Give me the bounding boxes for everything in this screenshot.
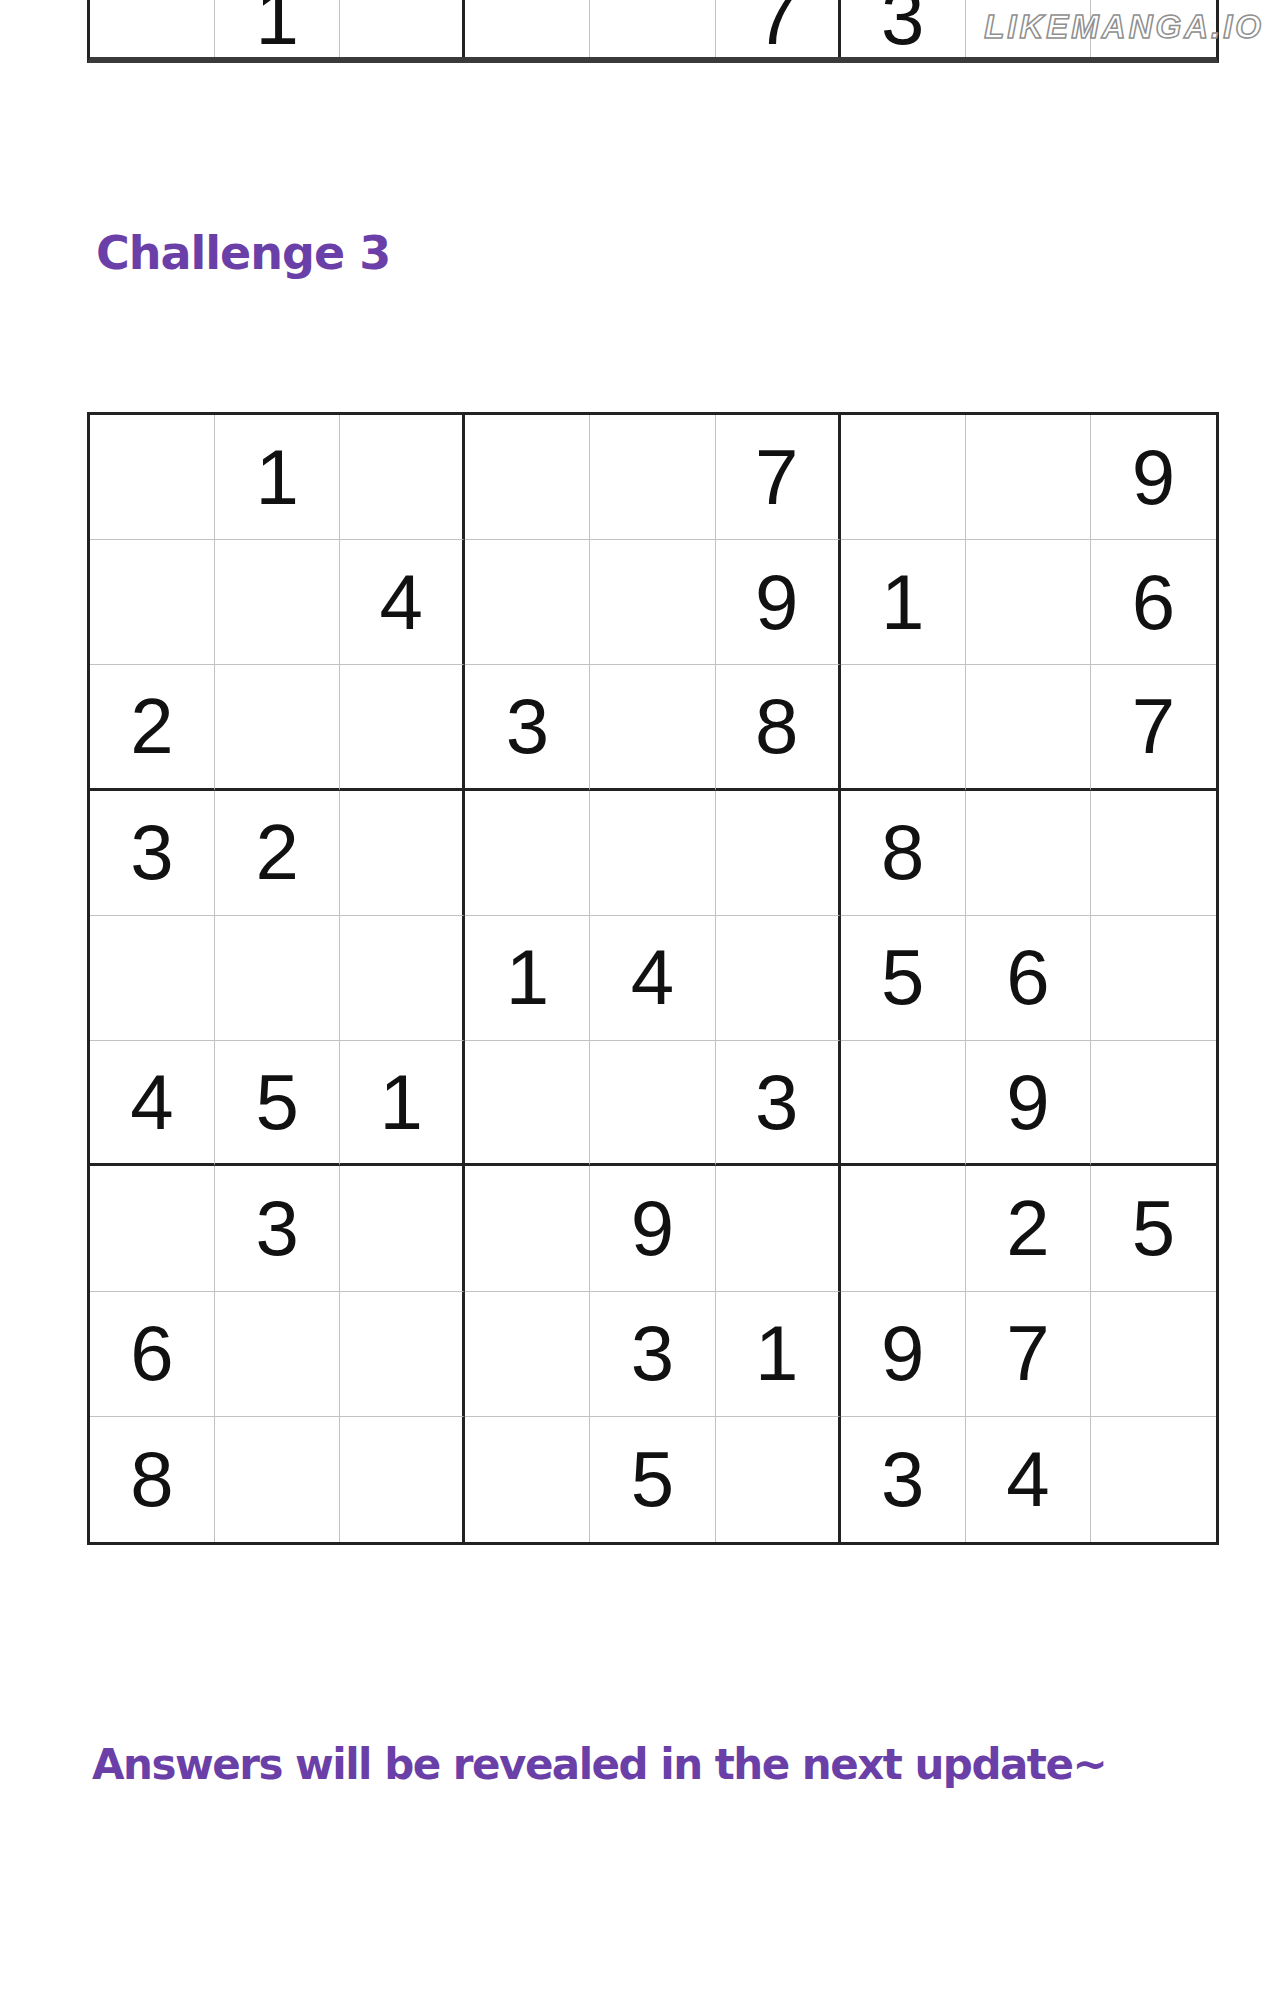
sudoku-cell-r9c5: 5 bbox=[590, 1417, 715, 1542]
sudoku-cell-r2c5 bbox=[590, 540, 715, 665]
sudoku-cell-r6c1: 4 bbox=[90, 1041, 215, 1166]
sudoku-cell-r5c5: 4 bbox=[590, 916, 715, 1041]
sudoku-cell-r6c3: 1 bbox=[340, 1041, 465, 1166]
sudoku-cell-r6c7 bbox=[841, 1041, 966, 1166]
sudoku-cell-r2c9: 6 bbox=[1091, 540, 1216, 665]
sudoku-cell-r6c6: 3 bbox=[716, 1041, 841, 1166]
previous-puzzle-cell-c3 bbox=[340, 0, 465, 63]
sudoku-cell-r5c7: 5 bbox=[841, 916, 966, 1041]
sudoku-cell-r6c5 bbox=[590, 1041, 715, 1166]
challenge-title: Challenge 3 bbox=[96, 226, 390, 280]
site-watermark: LIKEMANGA.IO bbox=[984, 8, 1264, 46]
sudoku-cell-r3c7 bbox=[841, 665, 966, 790]
sudoku-cell-r1c6: 7 bbox=[716, 415, 841, 540]
previous-puzzle-cell-c5 bbox=[590, 0, 715, 63]
sudoku-cell-r5c3 bbox=[340, 916, 465, 1041]
sudoku-grid: 179491623873281456451393925631978534 bbox=[87, 412, 1219, 1545]
sudoku-cell-r4c2: 2 bbox=[215, 791, 340, 916]
sudoku-cell-r8c2 bbox=[215, 1292, 340, 1417]
sudoku-cell-r2c6: 9 bbox=[716, 540, 841, 665]
sudoku-cell-r2c2 bbox=[215, 540, 340, 665]
sudoku-cell-r3c1: 2 bbox=[90, 665, 215, 790]
previous-puzzle-cell-c6: 7 bbox=[716, 0, 841, 63]
sudoku-cell-r5c4: 1 bbox=[465, 916, 590, 1041]
sudoku-cell-r6c2: 5 bbox=[215, 1041, 340, 1166]
sudoku-cell-r7c4 bbox=[465, 1166, 590, 1291]
sudoku-cell-r7c5: 9 bbox=[590, 1166, 715, 1291]
sudoku-cell-r7c2: 3 bbox=[215, 1166, 340, 1291]
sudoku-cell-r2c4 bbox=[465, 540, 590, 665]
sudoku-cell-r8c9 bbox=[1091, 1292, 1216, 1417]
sudoku-cell-r9c3 bbox=[340, 1417, 465, 1542]
sudoku-cell-r2c1 bbox=[90, 540, 215, 665]
sudoku-cell-r2c7: 1 bbox=[841, 540, 966, 665]
manga-puzzle-page: 173 LIKEMANGA.IO Challenge 3 17949162387… bbox=[0, 0, 1280, 2006]
sudoku-cell-r6c8: 9 bbox=[966, 1041, 1091, 1166]
sudoku-cell-r9c9 bbox=[1091, 1417, 1216, 1542]
previous-puzzle-cell-c4 bbox=[465, 0, 590, 63]
sudoku-cell-r5c1 bbox=[90, 916, 215, 1041]
sudoku-cell-r5c2 bbox=[215, 916, 340, 1041]
sudoku-cell-r6c4 bbox=[465, 1041, 590, 1166]
sudoku-cell-r4c8 bbox=[966, 791, 1091, 916]
sudoku-cell-r9c6 bbox=[716, 1417, 841, 1542]
sudoku-cell-r7c3 bbox=[340, 1166, 465, 1291]
sudoku-cell-r4c9 bbox=[1091, 791, 1216, 916]
sudoku-cell-r3c4: 3 bbox=[465, 665, 590, 790]
sudoku-cell-r8c7: 9 bbox=[841, 1292, 966, 1417]
sudoku-cell-r1c2: 1 bbox=[215, 415, 340, 540]
sudoku-cell-r1c1 bbox=[90, 415, 215, 540]
sudoku-cell-r1c7 bbox=[841, 415, 966, 540]
sudoku-cell-r9c4 bbox=[465, 1417, 590, 1542]
sudoku-cell-r3c3 bbox=[340, 665, 465, 790]
previous-puzzle-cell-c7: 3 bbox=[841, 0, 966, 63]
sudoku-cell-r8c4 bbox=[465, 1292, 590, 1417]
sudoku-cell-r8c1: 6 bbox=[90, 1292, 215, 1417]
sudoku-cell-r7c7 bbox=[841, 1166, 966, 1291]
sudoku-cell-r1c4 bbox=[465, 415, 590, 540]
sudoku-cell-r5c6 bbox=[716, 916, 841, 1041]
sudoku-cell-r7c1 bbox=[90, 1166, 215, 1291]
sudoku-cell-r2c8 bbox=[966, 540, 1091, 665]
sudoku-cell-r7c8: 2 bbox=[966, 1166, 1091, 1291]
sudoku-cell-r9c7: 3 bbox=[841, 1417, 966, 1542]
sudoku-cell-r8c3 bbox=[340, 1292, 465, 1417]
sudoku-cell-r8c5: 3 bbox=[590, 1292, 715, 1417]
sudoku-cell-r4c6 bbox=[716, 791, 841, 916]
sudoku-cell-r3c6: 8 bbox=[716, 665, 841, 790]
sudoku-cell-r4c3 bbox=[340, 791, 465, 916]
sudoku-cell-r9c2 bbox=[215, 1417, 340, 1542]
sudoku-cell-r1c8 bbox=[966, 415, 1091, 540]
previous-puzzle-cell-c1 bbox=[90, 0, 215, 63]
sudoku-cell-r3c8 bbox=[966, 665, 1091, 790]
sudoku-cell-r3c5 bbox=[590, 665, 715, 790]
sudoku-cell-r5c9 bbox=[1091, 916, 1216, 1041]
sudoku-cell-r1c3 bbox=[340, 415, 465, 540]
sudoku-cell-r9c1: 8 bbox=[90, 1417, 215, 1542]
sudoku-cell-r1c9: 9 bbox=[1091, 415, 1216, 540]
sudoku-cell-r2c3: 4 bbox=[340, 540, 465, 665]
sudoku-cell-r3c9: 7 bbox=[1091, 665, 1216, 790]
sudoku-cell-r4c7: 8 bbox=[841, 791, 966, 916]
sudoku-cell-r5c8: 6 bbox=[966, 916, 1091, 1041]
sudoku-cell-r4c4 bbox=[465, 791, 590, 916]
sudoku-cell-r3c2 bbox=[215, 665, 340, 790]
sudoku-cell-r6c9 bbox=[1091, 1041, 1216, 1166]
answers-note: Answers will be revealed in the next upd… bbox=[92, 1740, 1106, 1789]
sudoku-cell-r1c5 bbox=[590, 415, 715, 540]
sudoku-cell-r4c1: 3 bbox=[90, 791, 215, 916]
previous-puzzle-cell-c2: 1 bbox=[215, 0, 340, 63]
sudoku-cell-r7c9: 5 bbox=[1091, 1166, 1216, 1291]
sudoku-cell-r8c8: 7 bbox=[966, 1292, 1091, 1417]
sudoku-cell-r8c6: 1 bbox=[716, 1292, 841, 1417]
sudoku-cell-r9c8: 4 bbox=[966, 1417, 1091, 1542]
sudoku-cell-r7c6 bbox=[716, 1166, 841, 1291]
sudoku-cell-r4c5 bbox=[590, 791, 715, 916]
